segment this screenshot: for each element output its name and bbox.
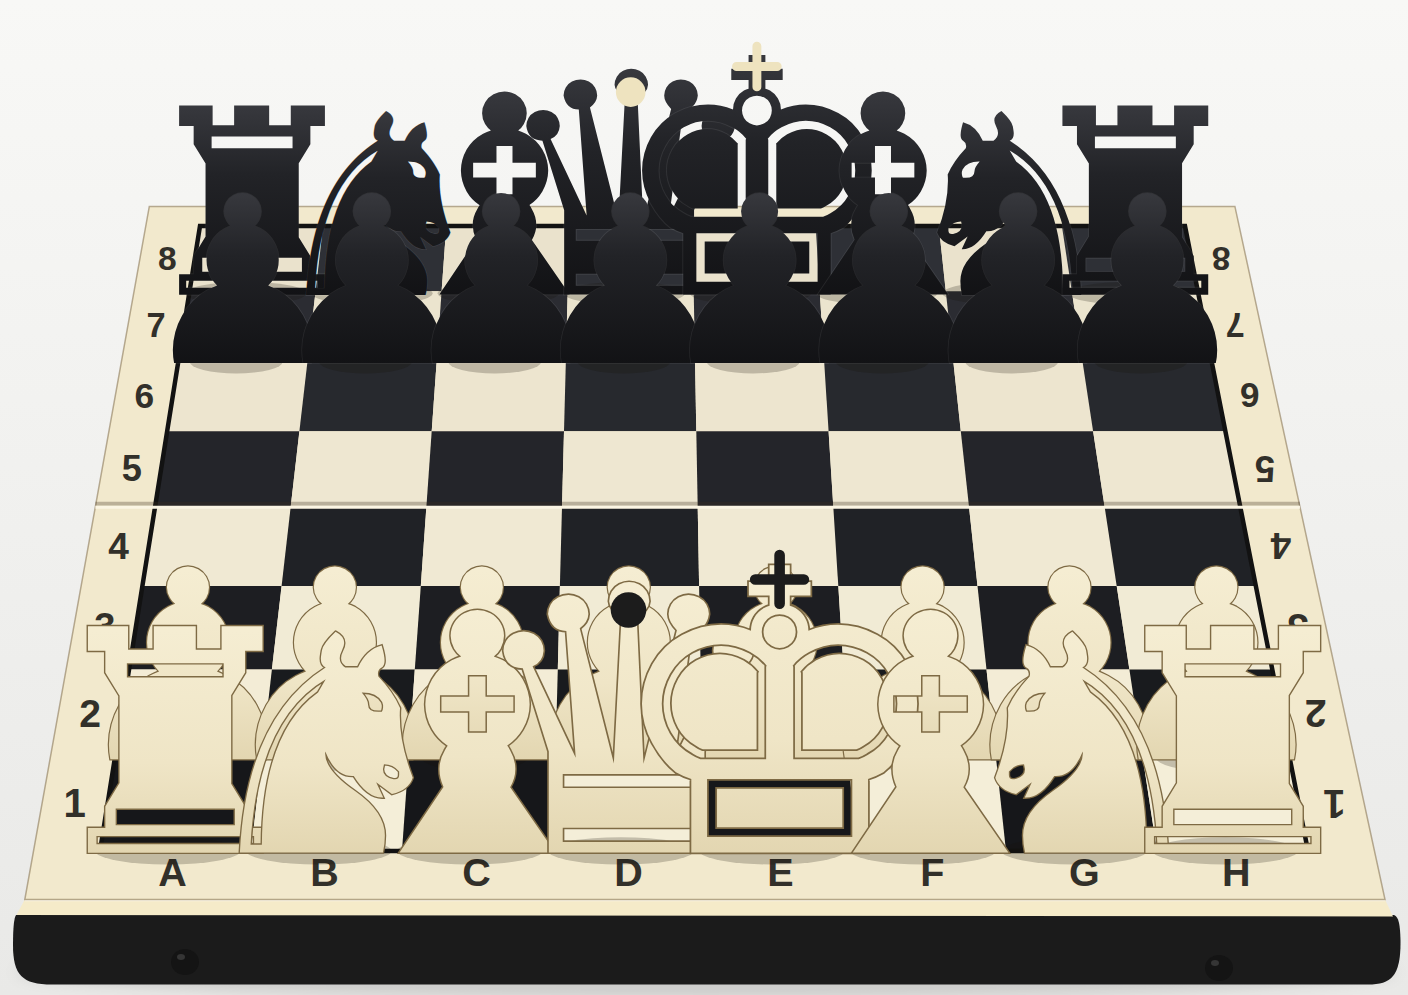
- piece-h1: ♜: [1094, 564, 1372, 925]
- chessboard-scene: 8 7 6 5 4 3 2 1 8 7 6 5 4 3 2 1 A B C D …: [0, 0, 1408, 995]
- square-c5: [426, 431, 564, 506]
- square-b5: [291, 431, 432, 506]
- rank-label-left-5: 5: [122, 448, 142, 489]
- square-h5: [1093, 431, 1240, 506]
- piece-h7: ♟: [1043, 147, 1252, 418]
- box-knob-left: [171, 949, 199, 975]
- chess-set-photo: 8 7 6 5 4 3 2 1 8 7 6 5 4 3 2 1 A B C D …: [0, 0, 1408, 995]
- box-knob-right: [1205, 955, 1233, 981]
- box-knob-right-highlight: [1211, 960, 1219, 966]
- rank-label-right-5: 5: [1255, 448, 1275, 489]
- square-g5: [961, 431, 1105, 506]
- box-knob-left-highlight: [177, 954, 185, 960]
- square-a5: [155, 431, 299, 506]
